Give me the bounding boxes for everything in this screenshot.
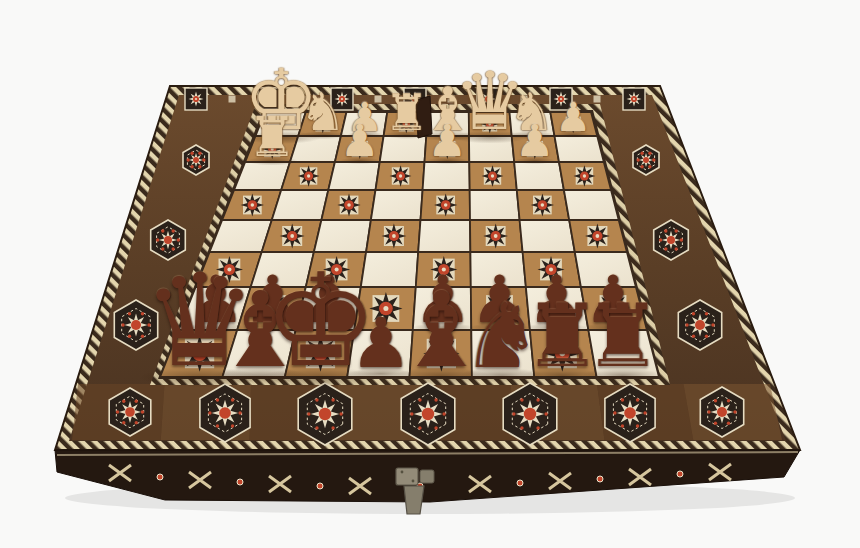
mosaic-medallion	[183, 145, 209, 175]
rook-glyph: ♜	[248, 110, 297, 165]
square-r4c4[interactable]	[418, 220, 470, 252]
photo-backdrop: ♚♞♟♜♝♛♞♟♜♟♟♟♟♟♟♟♟♟♟♛♝♚♟♝♞♜♜	[0, 0, 860, 548]
square-r3c7[interactable]	[564, 190, 619, 220]
square-r3c1[interactable]	[272, 190, 329, 220]
square-r3c2[interactable]	[321, 190, 375, 220]
mosaic-medallion	[185, 88, 207, 110]
square-r4c7[interactable]	[569, 220, 627, 252]
rook-glyph: ♜	[584, 293, 662, 380]
square-r2c3[interactable]	[376, 162, 425, 190]
piece-white-pawn[interactable]: ♟	[555, 97, 591, 137]
piece-black-rook[interactable]: ♜	[584, 293, 662, 380]
piece-white-pawn[interactable]: ♟	[428, 119, 467, 163]
square-r3c4[interactable]	[421, 190, 471, 220]
piece-white-rook[interactable]: ♜	[248, 110, 297, 165]
square-r4c6[interactable]	[520, 220, 575, 252]
square-r3c3[interactable]	[371, 190, 423, 220]
pawn-glyph: ♟	[555, 97, 591, 137]
pawn-glyph: ♟	[428, 119, 467, 163]
piece-white-pawn[interactable]: ♟	[515, 119, 554, 163]
piece-white-pawn[interactable]: ♟	[340, 119, 379, 163]
square-r3c6[interactable]	[517, 190, 569, 220]
mosaic-medallion	[633, 145, 659, 175]
square-r4c5[interactable]	[470, 220, 523, 252]
mosaic-medallion	[623, 88, 645, 110]
square-r3c5[interactable]	[470, 190, 520, 220]
pawn-glyph: ♟	[340, 119, 379, 163]
square-r2c7[interactable]	[559, 162, 611, 190]
square-r2c5[interactable]	[469, 162, 517, 190]
pawn-glyph: ♟	[515, 119, 554, 163]
